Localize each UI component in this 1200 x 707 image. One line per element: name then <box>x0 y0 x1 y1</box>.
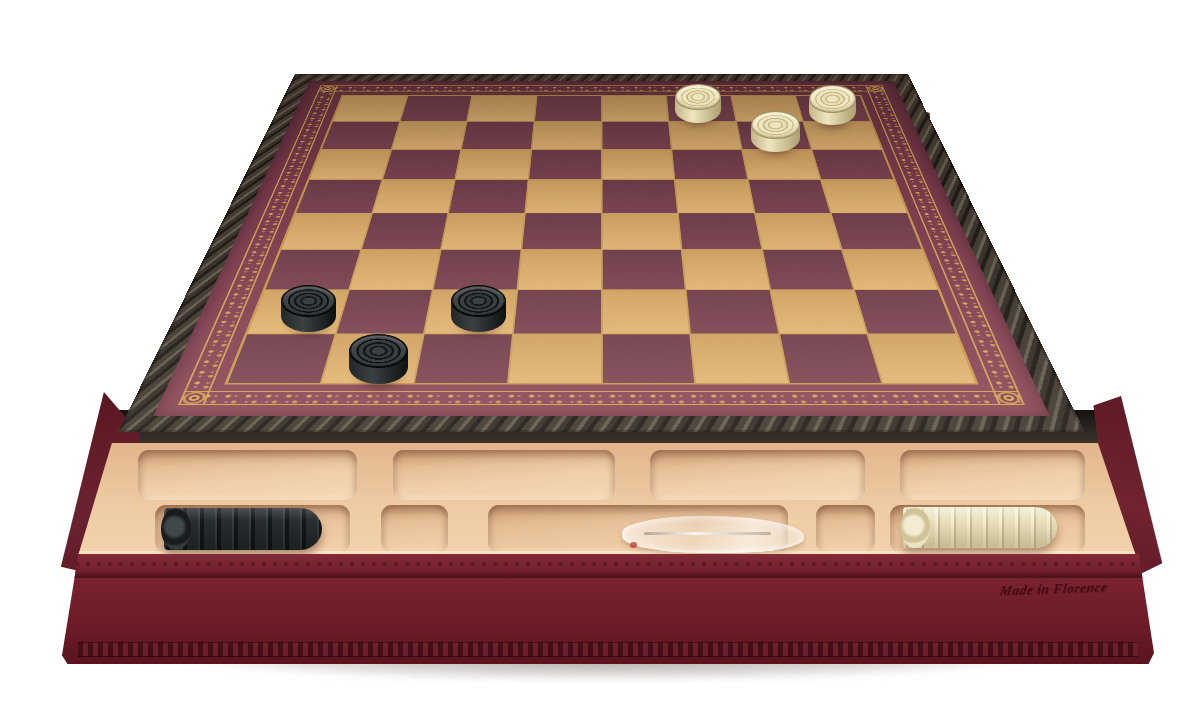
square-a7[interactable] <box>322 122 399 149</box>
square-e5[interactable] <box>602 180 677 213</box>
checker-white-f8[interactable] <box>675 84 721 123</box>
square-f4[interactable] <box>679 213 761 249</box>
bag-highlight <box>644 532 771 535</box>
square-b6[interactable] <box>383 150 461 180</box>
square-e7[interactable] <box>602 122 671 149</box>
square-g5[interactable] <box>749 180 831 213</box>
square-d1[interactable] <box>509 335 601 383</box>
square-h1[interactable] <box>869 335 975 383</box>
square-a6[interactable] <box>310 150 391 180</box>
square-f5[interactable] <box>675 180 753 213</box>
square-a8[interactable] <box>333 96 407 121</box>
square-g1[interactable] <box>780 335 882 383</box>
tray-back-compartment-2 <box>393 450 615 500</box>
square-h4[interactable] <box>832 213 921 249</box>
square-e8[interactable] <box>602 96 668 121</box>
square-e6[interactable] <box>602 150 674 180</box>
gold-ornament-border-top <box>317 85 885 92</box>
tray-back-compartment-4 <box>900 450 1085 500</box>
square-d8[interactable] <box>535 96 601 121</box>
checker-white-h8[interactable] <box>809 85 856 125</box>
square-h6[interactable] <box>813 150 894 180</box>
square-c6[interactable] <box>456 150 531 180</box>
checker-black-b1[interactable] <box>349 334 408 384</box>
tray-back-compartment-1 <box>138 450 357 500</box>
square-b7[interactable] <box>392 122 466 149</box>
square-e2[interactable] <box>602 290 689 334</box>
square-e4[interactable] <box>602 213 681 249</box>
square-d2[interactable] <box>514 290 601 334</box>
square-a3[interactable] <box>265 250 359 289</box>
checker-white-g7[interactable] <box>751 111 800 153</box>
white-checkers-stack[interactable] <box>903 507 1057 548</box>
square-f1[interactable] <box>691 335 788 383</box>
gold-corner-rosette <box>316 85 339 92</box>
tray-front-compartment-4 <box>816 505 875 553</box>
square-b3[interactable] <box>350 250 440 289</box>
square-g2[interactable] <box>771 290 867 334</box>
square-b2[interactable] <box>336 290 432 334</box>
checker-top-face <box>349 334 408 368</box>
square-h2[interactable] <box>855 290 955 334</box>
square-f6[interactable] <box>672 150 747 180</box>
box-front-wall: Made in Florence <box>62 554 1154 664</box>
square-c5[interactable] <box>449 180 527 213</box>
checker-top-face <box>809 85 856 112</box>
square-b8[interactable] <box>400 96 471 121</box>
square-c3[interactable] <box>434 250 521 289</box>
made-in-florence-embossing: Made in Florence <box>999 579 1109 599</box>
checker-top-face <box>451 285 506 317</box>
square-f2[interactable] <box>687 290 778 334</box>
square-d3[interactable] <box>518 250 601 289</box>
square-g4[interactable] <box>755 213 841 249</box>
square-a5[interactable] <box>296 180 381 213</box>
square-d7[interactable] <box>532 122 601 149</box>
tray-back-compartment-3 <box>650 450 865 500</box>
gold-ornament-border-bottom <box>178 391 1025 405</box>
checker-top-face <box>751 111 800 139</box>
square-g3[interactable] <box>763 250 853 289</box>
square-b5[interactable] <box>373 180 455 213</box>
square-f3[interactable] <box>683 250 770 289</box>
square-c7[interactable] <box>462 122 533 149</box>
square-c4[interactable] <box>442 213 524 249</box>
gold-corner-rosette <box>864 85 887 92</box>
square-e3[interactable] <box>602 250 685 289</box>
box-front-embossed-border <box>78 642 1137 657</box>
square-h5[interactable] <box>822 180 907 213</box>
tray-front-compartment-2 <box>381 505 448 553</box>
square-a4[interactable] <box>282 213 371 249</box>
black-checkers-stack[interactable] <box>164 508 322 550</box>
checkers-set-photo: Made in Florence <box>0 0 1200 707</box>
square-d4[interactable] <box>522 213 601 249</box>
white-stack-end-cap <box>900 507 930 548</box>
square-d5[interactable] <box>526 180 601 213</box>
square-d6[interactable] <box>529 150 601 180</box>
checker-top-face <box>281 285 336 317</box>
square-e1[interactable] <box>602 335 694 383</box>
checker-black-c2[interactable] <box>451 285 506 332</box>
checker-black-a2[interactable] <box>281 285 336 332</box>
box-front-rim <box>62 554 1154 578</box>
square-h3[interactable] <box>843 250 937 289</box>
square-b4[interactable] <box>362 213 448 249</box>
board-squares-grid <box>224 95 978 385</box>
bag-red-tag <box>630 542 637 548</box>
black-stack-end-cap <box>161 508 191 550</box>
checkers-board <box>118 74 1085 432</box>
plastic-bag[interactable] <box>622 516 804 553</box>
square-c8[interactable] <box>468 96 536 121</box>
checker-top-face <box>675 84 721 111</box>
